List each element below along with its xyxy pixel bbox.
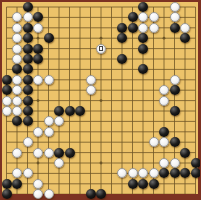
white-stone — [170, 158, 180, 168]
white-stone — [33, 127, 43, 137]
black-stone — [23, 106, 33, 116]
black-stone — [23, 75, 33, 85]
black-stone — [117, 54, 127, 64]
black-stone — [23, 85, 33, 95]
black-stone — [65, 148, 75, 158]
black-stone — [180, 148, 190, 158]
black-stone — [2, 85, 12, 95]
white-stone — [149, 12, 159, 22]
black-stone — [170, 23, 180, 33]
white-stone — [12, 23, 22, 33]
white-stone — [12, 44, 22, 54]
black-stone — [128, 179, 138, 189]
white-stone — [33, 75, 43, 85]
white-stone — [44, 116, 54, 126]
white-stone — [149, 23, 159, 33]
black-stone — [170, 85, 180, 95]
black-stone — [117, 23, 127, 33]
white-stone — [2, 96, 12, 106]
white-stone — [44, 127, 54, 137]
black-stone — [2, 189, 12, 199]
black-stone — [128, 12, 138, 22]
white-stone — [23, 12, 33, 22]
white-stone — [33, 23, 43, 33]
white-stone — [23, 137, 33, 147]
white-stone — [12, 106, 22, 116]
black-stone — [191, 158, 201, 168]
white-stone — [44, 75, 54, 85]
white-stone — [86, 85, 96, 95]
black-stone — [33, 44, 43, 54]
black-stone — [159, 127, 169, 137]
white-stone — [149, 137, 159, 147]
black-stone — [23, 116, 33, 126]
black-stone — [86, 189, 96, 199]
white-stone — [180, 23, 190, 33]
black-stone — [23, 23, 33, 33]
black-stone — [138, 2, 148, 12]
white-stone — [33, 189, 43, 199]
white-stone — [33, 179, 43, 189]
black-stone — [65, 106, 75, 116]
black-stone — [191, 168, 201, 178]
black-stone — [23, 44, 33, 54]
white-stone — [128, 168, 138, 178]
white-stone — [44, 148, 54, 158]
star-point — [100, 99, 103, 102]
black-stone — [170, 137, 180, 147]
white-stone — [12, 54, 22, 64]
star-point — [163, 37, 166, 40]
black-stone — [138, 179, 148, 189]
goban-frame — [0, 0, 200, 200]
black-stone — [23, 2, 33, 12]
black-stone — [170, 106, 180, 116]
black-stone — [23, 54, 33, 64]
black-stone — [170, 168, 180, 178]
black-stone — [23, 33, 33, 43]
black-stone — [96, 189, 106, 199]
star-point — [37, 37, 40, 40]
black-stone — [149, 179, 159, 189]
star-point — [100, 162, 103, 165]
go-board[interactable] — [2, 2, 198, 194]
last-move-marker — [99, 46, 104, 51]
white-stone — [23, 168, 33, 178]
black-stone — [75, 106, 85, 116]
white-stone — [138, 23, 148, 33]
star-point — [37, 99, 40, 102]
white-stone — [12, 148, 22, 158]
white-stone — [54, 158, 64, 168]
black-stone — [128, 23, 138, 33]
white-stone — [159, 158, 169, 168]
white-stone — [149, 168, 159, 178]
white-stone — [170, 75, 180, 85]
white-stone — [159, 96, 169, 106]
white-stone — [2, 106, 12, 116]
black-stone — [138, 44, 148, 54]
white-stone — [12, 96, 22, 106]
white-stone — [12, 75, 22, 85]
black-stone — [54, 148, 64, 158]
star-point — [100, 37, 103, 40]
star-point — [37, 162, 40, 165]
white-stone — [170, 12, 180, 22]
black-stone — [23, 96, 33, 106]
white-stone — [44, 189, 54, 199]
black-stone — [12, 179, 22, 189]
black-stone — [33, 54, 43, 64]
white-stone — [170, 2, 180, 12]
black-stone — [54, 106, 64, 116]
black-stone — [44, 33, 54, 43]
black-stone — [23, 64, 33, 74]
black-stone — [2, 75, 12, 85]
white-stone — [33, 148, 43, 158]
white-stone — [86, 75, 96, 85]
black-stone — [2, 179, 12, 189]
